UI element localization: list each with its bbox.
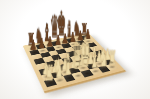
- white-bishop-f1-icon[interactable]: ♝: [90, 43, 99, 71]
- white-knight-g1-icon[interactable]: ♞: [98, 45, 108, 70]
- black-pawn-c7-icon[interactable]: ♟: [46, 35, 53, 49]
- black-pawn-b7-icon[interactable]: ♟: [38, 36, 45, 50]
- white-knight-b1-icon[interactable]: ♞: [54, 54, 64, 80]
- black-pawn-e7-icon[interactable]: ♟: [62, 32, 69, 46]
- black-pawn-a7-icon[interactable]: ♟: [30, 38, 37, 52]
- white-bishop-c1-icon[interactable]: ♝: [63, 49, 73, 78]
- black-pawn-d7-icon[interactable]: ♟: [54, 33, 61, 47]
- chess-board-squares: ♜♞♝♛♚♝♞♜♟♟♟♟♟♟♟♟♟♟♟♟♟♟♟♟♜♞♝♛♚♝♞♜: [27, 34, 119, 86]
- chess-board: ♜♞♝♛♚♝♞♜♟♟♟♟♟♟♟♟♟♟♟♟♟♟♟♟♜♞♝♛♚♝♞♜: [23, 32, 125, 91]
- product-photo-stage: ♜♞♝♛♚♝♞♜♟♟♟♟♟♟♟♟♟♟♟♟♟♟♟♟♜♞♝♛♚♝♞♜: [0, 0, 150, 99]
- white-rook-a1-icon[interactable]: ♜: [44, 62, 54, 83]
